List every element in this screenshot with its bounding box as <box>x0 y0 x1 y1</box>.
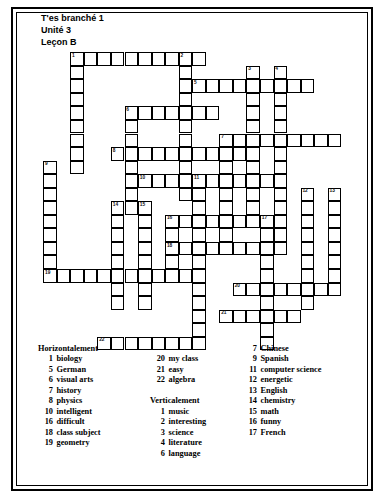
crossword-cell <box>246 79 260 93</box>
crossword-cell <box>192 188 206 202</box>
crossword-cell <box>152 106 166 120</box>
clue-text: geometry <box>53 438 90 448</box>
crossword-cell <box>206 147 220 161</box>
crossword-cell <box>301 242 315 256</box>
crossword-cell <box>274 174 288 188</box>
crossword-cell <box>165 174 179 188</box>
crossword-cell: 8 <box>111 147 125 161</box>
crossword-cell <box>260 255 274 269</box>
cell-number: 12 <box>302 188 307 194</box>
crossword-cell <box>233 79 247 93</box>
cell-number: 9 <box>45 161 48 167</box>
cell-number: 13 <box>330 188 335 194</box>
clue-number: 21 <box>150 365 165 375</box>
crossword-cell <box>219 161 233 175</box>
crossword-cell <box>179 269 193 283</box>
crossword-cell <box>70 66 84 80</box>
crossword-cell <box>70 120 84 134</box>
crossword-cell <box>274 147 288 161</box>
cell-number: 3 <box>248 66 251 72</box>
crossword-cell <box>192 228 206 242</box>
clue-text: intelligent <box>53 407 92 417</box>
crossword-cell <box>246 215 260 229</box>
crossword-cell: 5 <box>192 79 206 93</box>
crossword-cell <box>192 310 206 324</box>
clue-text: history <box>53 386 81 396</box>
clue-text: math <box>257 407 279 417</box>
clue-text: funny <box>257 417 281 427</box>
clue-number: 1 <box>150 407 165 417</box>
clue-number: 14 <box>242 396 257 406</box>
crossword-cell <box>70 93 84 107</box>
crossword-cell <box>192 215 206 229</box>
clue-item: 7history <box>38 386 101 396</box>
crossword-cell <box>138 106 152 120</box>
crossword-cell <box>125 147 139 161</box>
clue-number: 9 <box>242 354 257 364</box>
crossword-cell <box>138 255 152 269</box>
crossword-cell <box>192 296 206 310</box>
crossword-cell <box>246 201 260 215</box>
across-header: Horizontalement <box>38 344 101 354</box>
title-line-lesson: Leçon B <box>41 36 104 48</box>
clue-number: 22 <box>150 375 165 385</box>
clue-item: 9Spanish <box>242 354 321 364</box>
crossword-cell <box>70 79 84 93</box>
crossword-cell <box>219 147 233 161</box>
crossword-cell <box>274 215 288 229</box>
crossword-cell: 2 <box>179 52 193 66</box>
clue-text: French <box>257 428 286 438</box>
crossword-cell <box>111 283 125 297</box>
crossword-cell <box>233 215 247 229</box>
cell-number: 4 <box>275 66 278 72</box>
crossword-cell <box>43 201 57 215</box>
crossword-cell <box>179 242 193 256</box>
clue-item: 6language <box>150 449 206 459</box>
down-clues-column: 7Chinese9Spanish11computer science12ener… <box>242 344 321 438</box>
clue-item: 4literature <box>150 438 206 448</box>
crossword-cell <box>152 52 166 66</box>
crossword-cell <box>138 52 152 66</box>
cell-number: 7 <box>221 134 224 140</box>
crossword-cell <box>328 269 342 283</box>
crossword-cell <box>179 147 193 161</box>
clue-item: 17French <box>242 428 321 438</box>
cell-number: 2 <box>180 53 183 59</box>
cell-number: 8 <box>113 148 116 154</box>
clue-number: 17 <box>242 428 257 438</box>
crossword-cell <box>274 106 288 120</box>
crossword-cell <box>152 147 166 161</box>
crossword-cell <box>301 255 315 269</box>
crossword-cell <box>246 120 260 134</box>
crossword-cell <box>192 52 206 66</box>
crossword-cell <box>179 188 193 202</box>
clue-number: 6 <box>150 449 165 459</box>
crossword-cell <box>246 283 260 297</box>
clue-number: 16 <box>38 417 53 427</box>
crossword-cell: 15 <box>138 201 152 215</box>
crossword-cell <box>138 147 152 161</box>
crossword-cell <box>233 134 247 148</box>
clue-text: interesting <box>165 417 206 427</box>
title-line-book: T'es branché 1 <box>41 12 104 24</box>
across-continued-and-down-column: 20my class21easy22algebraVerticalement1m… <box>150 344 206 459</box>
crossword-cell: 9 <box>43 161 57 175</box>
clue-text: German <box>53 365 86 375</box>
crossword-cell <box>219 174 233 188</box>
clue-number: 7 <box>242 344 257 354</box>
clue-number: 13 <box>242 386 257 396</box>
crossword-cell <box>219 242 233 256</box>
crossword-cell <box>43 188 57 202</box>
clue-number: 2 <box>150 417 165 427</box>
crossword-cell <box>274 188 288 202</box>
cell-number: 21 <box>221 310 226 316</box>
crossword-cell <box>179 134 193 148</box>
crossword-cell <box>179 215 193 229</box>
crossword-cell <box>97 269 111 283</box>
cell-number: 16 <box>167 215 172 221</box>
crossword-cell <box>179 120 193 134</box>
clue-text: my class <box>165 354 198 364</box>
crossword-cell <box>111 242 125 256</box>
crossword-cell <box>97 52 111 66</box>
clue-text: language <box>165 449 200 459</box>
crossword-cell <box>111 228 125 242</box>
crossword-cell <box>111 215 125 229</box>
crossword-cell <box>70 161 84 175</box>
crossword-cell <box>314 134 328 148</box>
clue-number: 19 <box>38 438 53 448</box>
crossword-cell <box>274 79 288 93</box>
crossword-cell <box>179 66 193 80</box>
crossword-cell <box>111 255 125 269</box>
clue-text: Spanish <box>257 354 289 364</box>
clue-item: 1biology <box>38 354 101 364</box>
crossword-cell <box>274 201 288 215</box>
crossword-cell: 4 <box>274 66 288 80</box>
crossword-cell <box>192 255 206 269</box>
clue-number: 15 <box>242 407 257 417</box>
crossword-cell: 3 <box>246 66 260 80</box>
across-clues-column: Horizontalement 1biology5German6visual a… <box>38 344 101 449</box>
clue-text: visual arts <box>53 375 93 385</box>
crossword-cell: 11 <box>192 174 206 188</box>
clue-number: 3 <box>150 428 165 438</box>
clue-item: 1music <box>150 407 206 417</box>
clue-item: 20my class <box>150 354 206 364</box>
clue-item: 12energetic <box>242 375 321 385</box>
crossword-cell <box>206 242 220 256</box>
crossword-cell <box>111 269 125 283</box>
crossword-cell <box>233 310 247 324</box>
crossword-cell <box>314 283 328 297</box>
crossword-cell <box>165 228 179 242</box>
crossword-cell: 16 <box>165 215 179 229</box>
crossword-cell <box>260 79 274 93</box>
crossword-cell <box>43 215 57 229</box>
clue-text: English <box>257 386 287 396</box>
crossword-cell <box>179 106 193 120</box>
crossword-cell <box>233 147 247 161</box>
crossword-cell <box>328 201 342 215</box>
crossword-cell <box>260 283 274 297</box>
clue-item: 14chemistry <box>242 396 321 406</box>
crossword-cell <box>70 269 84 283</box>
crossword-cell: 18 <box>165 242 179 256</box>
crossword-cell: 1 <box>70 52 84 66</box>
crossword-cell <box>43 174 57 188</box>
crossword-cell <box>179 93 193 107</box>
crossword-cell <box>192 283 206 297</box>
cell-number: 17 <box>262 215 267 221</box>
crossword-cell: 17 <box>260 215 274 229</box>
crossword-cell <box>328 255 342 269</box>
crossword-cell <box>260 323 274 337</box>
clue-item: 16funny <box>242 417 321 427</box>
clue-text: science <box>165 428 193 438</box>
cell-number: 20 <box>235 283 240 289</box>
clue-number: 7 <box>38 386 53 396</box>
crossword-cell <box>179 174 193 188</box>
crossword-cell <box>179 161 193 175</box>
crossword-cell <box>206 174 220 188</box>
clue-number: 5 <box>38 365 53 375</box>
crossword-cell <box>43 242 57 256</box>
crossword-cell <box>274 310 288 324</box>
clue-text: music <box>165 407 189 417</box>
crossword-cell <box>192 269 206 283</box>
crossword-cell <box>111 52 125 66</box>
crossword-cell <box>206 215 220 229</box>
crossword-cell: 7 <box>219 134 233 148</box>
clue-text: computer science <box>257 365 321 375</box>
crossword-cell <box>246 161 260 175</box>
crossword-cell <box>287 79 301 93</box>
crossword-cell <box>274 228 288 242</box>
crossword-cell <box>260 310 274 324</box>
crossword-cell <box>274 283 288 297</box>
clue-number: 12 <box>242 375 257 385</box>
clue-number: 16 <box>242 417 257 427</box>
crossword-cell <box>219 79 233 93</box>
crossword-cell <box>152 174 166 188</box>
cell-number: 18 <box>167 243 172 249</box>
clue-item: 2interesting <box>150 417 206 427</box>
crossword-cell <box>328 215 342 229</box>
crossword-cell <box>246 310 260 324</box>
clue-item: 10intelligent <box>38 407 101 417</box>
clue-number: 18 <box>38 428 53 438</box>
crossword-cell <box>246 93 260 107</box>
crossword-cell <box>125 188 139 202</box>
crossword-cell <box>125 201 139 215</box>
clue-item: 3science <box>150 428 206 438</box>
crossword-cell <box>125 269 139 283</box>
crossword-cell <box>233 174 247 188</box>
crossword-cell <box>301 215 315 229</box>
clue-text: difficult <box>53 417 85 427</box>
crossword-cell <box>287 310 301 324</box>
crossword-cell <box>260 296 274 310</box>
crossword-cell <box>192 201 206 215</box>
crossword-cell <box>328 283 342 297</box>
crossword-cell <box>260 228 274 242</box>
crossword-cell: 19 <box>43 269 57 283</box>
clue-number: 4 <box>150 438 165 448</box>
crossword-cell <box>138 228 152 242</box>
crossword-cell <box>138 242 152 256</box>
crossword-cell <box>125 134 139 148</box>
crossword-cell <box>192 242 206 256</box>
crossword-cell <box>274 134 288 148</box>
clue-number: 1 <box>38 354 53 364</box>
crossword-cell <box>287 134 301 148</box>
crossword-cell <box>125 161 139 175</box>
crossword-cell: 6 <box>125 106 139 120</box>
crossword-cell <box>301 201 315 215</box>
crossword-cell <box>274 161 288 175</box>
crossword-cell <box>260 134 274 148</box>
cell-number: 10 <box>140 175 145 181</box>
crossword-cell <box>274 120 288 134</box>
crossword-cell <box>328 228 342 242</box>
crossword-cell: 20 <box>233 283 247 297</box>
clue-text: Chinese <box>257 344 289 354</box>
crossword-cell: 21 <box>219 310 233 324</box>
clue-number: 6 <box>38 375 53 385</box>
crossword-cell <box>84 52 98 66</box>
title-line-unit: Unité 3 <box>41 24 104 36</box>
crossword-cell <box>287 283 301 297</box>
worksheet-page: T'es branché 1 Unité 3 Leçon B 123456789… <box>0 0 386 500</box>
clue-number: 10 <box>38 407 53 417</box>
crossword-cell <box>206 106 220 120</box>
clue-item: 16difficult <box>38 417 101 427</box>
crossword-grid: 12345678910111213141516171819202122 <box>44 53 342 351</box>
crossword-cell <box>246 188 260 202</box>
crossword-cell <box>328 134 342 148</box>
crossword-cell <box>165 52 179 66</box>
cell-number: 1 <box>72 53 75 59</box>
crossword-cell <box>192 147 206 161</box>
clue-text: literature <box>165 438 202 448</box>
crossword-cell <box>192 106 206 120</box>
crossword-cell <box>260 174 274 188</box>
crossword-cell <box>328 242 342 256</box>
clue-item: 19geometry <box>38 438 101 448</box>
cell-number: 22 <box>99 337 104 343</box>
cell-number: 15 <box>140 202 145 208</box>
clue-text: energetic <box>257 375 293 385</box>
crossword-cell <box>125 52 139 66</box>
clue-item: 7Chinese <box>242 344 321 354</box>
crossword-cell <box>165 147 179 161</box>
crossword-cell <box>192 323 206 337</box>
crossword-cell <box>301 79 315 93</box>
crossword-cell <box>43 228 57 242</box>
crossword-cell <box>301 269 315 283</box>
clue-item: 8physics <box>38 396 101 406</box>
clue-text: chemistry <box>257 396 296 406</box>
cell-number: 19 <box>45 270 50 276</box>
crossword-cell <box>260 242 274 256</box>
crossword-cell <box>125 120 139 134</box>
crossword-cell <box>70 134 84 148</box>
crossword-cell <box>165 269 179 283</box>
crossword-cell <box>233 242 247 256</box>
crossword-cell <box>260 269 274 283</box>
clue-text: easy <box>165 365 184 375</box>
clue-item: 5German <box>38 365 101 375</box>
crossword-cell <box>246 242 260 256</box>
crossword-cell <box>274 242 288 256</box>
crossword-cell <box>301 296 315 310</box>
clue-item: 22algebra <box>150 375 206 385</box>
clue-item: 11computer science <box>242 365 321 375</box>
crossword-cell <box>206 79 220 93</box>
crossword-cell <box>70 147 84 161</box>
clue-number: 20 <box>150 354 165 364</box>
crossword-cell <box>246 147 260 161</box>
crossword-cell <box>301 134 315 148</box>
clue-number: 11 <box>242 365 257 375</box>
clue-text: class subject <box>53 428 101 438</box>
crossword-cell <box>138 283 152 297</box>
clue-text: biology <box>53 354 82 364</box>
crossword-cell <box>84 269 98 283</box>
down-header: Verticalement <box>150 396 206 406</box>
crossword-cell <box>246 106 260 120</box>
cell-number: 6 <box>126 107 129 113</box>
crossword-cell <box>301 283 315 297</box>
crossword-cell: 13 <box>328 188 342 202</box>
clue-item: 21easy <box>150 365 206 375</box>
clue-section: Horizontalement 1biology5German6visual a… <box>38 344 350 466</box>
crossword-cell <box>111 296 125 310</box>
clue-text: physics <box>53 396 82 406</box>
crossword-cell <box>165 255 179 269</box>
crossword-cell <box>219 188 233 202</box>
crossword-cell <box>138 269 152 283</box>
crossword-cell <box>246 134 260 148</box>
crossword-cell <box>219 201 233 215</box>
worksheet-title: T'es branché 1 Unité 3 Leçon B <box>41 12 104 48</box>
cell-number: 14 <box>113 202 118 208</box>
clue-item: 18class subject <box>38 428 101 438</box>
crossword-cell <box>70 106 84 120</box>
crossword-cell <box>138 215 152 229</box>
crossword-cell <box>152 269 166 283</box>
clue-item: 6visual arts <box>38 375 101 385</box>
cell-number: 5 <box>194 80 197 86</box>
crossword-cell: 10 <box>138 174 152 188</box>
crossword-cell <box>125 174 139 188</box>
crossword-cell <box>138 296 152 310</box>
clue-number: 8 <box>38 396 53 406</box>
crossword-cell: 12 <box>301 188 315 202</box>
crossword-cell <box>219 215 233 229</box>
crossword-cell <box>274 93 288 107</box>
crossword-cell <box>43 255 57 269</box>
clue-text: algebra <box>165 375 195 385</box>
clue-item: 13English <box>242 386 321 396</box>
crossword-cell: 14 <box>111 201 125 215</box>
cell-number: 11 <box>194 175 199 181</box>
crossword-cell <box>57 269 71 283</box>
